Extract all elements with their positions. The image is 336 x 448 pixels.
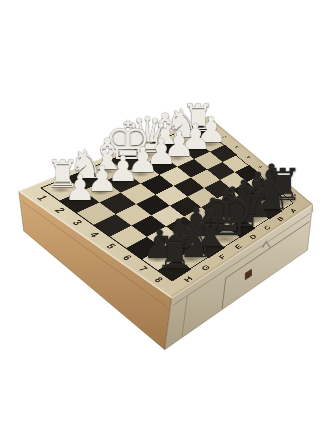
rank-label-6: 6 (121, 254, 134, 262)
rank-label-right-3: 3 (234, 145, 240, 149)
chess-box-scene: 1122334455667788HGFEDCBA ♜♞♟♝♟♛♟♚♟♝♟♞♟♜♟… (0, 0, 336, 448)
rank-label-4: 4 (87, 231, 101, 239)
rank-label-5: 5 (104, 242, 117, 250)
rank-label-right-4: 4 (246, 155, 252, 159)
piece-black-rook-h8[interactable]: ♜ (155, 231, 194, 275)
piece-white-pawn-h2[interactable]: ♟ (64, 170, 96, 205)
rank-label-3: 3 (70, 219, 84, 227)
